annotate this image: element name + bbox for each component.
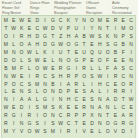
grid-cell[interactable]: O (2, 32, 10, 40)
grid-cell[interactable]: I (33, 111, 41, 119)
grid-cell[interactable]: N (88, 103, 96, 111)
grid-cell[interactable]: E (72, 103, 80, 111)
grid-cell[interactable]: O (41, 88, 49, 96)
grid-cell[interactable]: M (2, 48, 10, 56)
grid-cell[interactable]: G (65, 64, 73, 72)
grid-cell[interactable]: E (119, 16, 127, 24)
grid-cell[interactable]: A (104, 95, 112, 103)
grid-cell[interactable]: W (41, 64, 49, 72)
grid-cell[interactable]: W (57, 40, 65, 48)
grid-cell[interactable]: L (96, 88, 104, 96)
grid-cell[interactable]: I (49, 95, 57, 103)
grid-cell[interactable]: I (80, 24, 88, 32)
grid-cell[interactable]: A (25, 95, 33, 103)
grid-cell[interactable]: N (112, 32, 120, 40)
grid-cell[interactable]: R (33, 72, 41, 80)
grid-cell[interactable]: M (96, 16, 104, 24)
grid-cell[interactable]: E (72, 88, 80, 96)
grid-cell[interactable]: A (72, 32, 80, 40)
grid-cell[interactable]: G (72, 40, 80, 48)
grid-cell[interactable]: H (96, 40, 104, 48)
grid-cell[interactable]: B (112, 48, 120, 56)
grid-cell[interactable]: E (41, 56, 49, 64)
grid-cell[interactable]: W (2, 103, 10, 111)
grid-cell[interactable]: K (57, 103, 65, 111)
grid-cell[interactable]: S (104, 40, 112, 48)
grid-cell[interactable]: I (72, 127, 80, 135)
letter-grid: MEWEDIGCKYNOMERECTWKECWDVPUIYNTIMOOIRHDG… (2, 16, 135, 135)
word-item: Recessional (112, 10, 136, 15)
grid-cell[interactable]: M (2, 127, 10, 135)
grid-cell[interactable]: P (80, 111, 88, 119)
grid-cell[interactable]: U (80, 48, 88, 56)
grid-cell[interactable]: L (112, 103, 120, 111)
grid-cell[interactable]: E (112, 111, 120, 119)
grid-cell[interactable]: B (2, 64, 10, 72)
grid-cell[interactable]: K (65, 16, 73, 24)
grid-cell[interactable]: I (10, 95, 18, 103)
grid-cell[interactable]: E (65, 103, 73, 111)
grid-cell[interactable]: O (127, 24, 135, 32)
grid-cell[interactable]: I (10, 32, 18, 40)
grid-cell[interactable]: R (127, 111, 135, 119)
grid-cell[interactable]: E (80, 119, 88, 127)
grid-cell[interactable]: R (57, 64, 65, 72)
grid-cell[interactable]: R (119, 88, 127, 96)
grid-cell[interactable]: R (65, 72, 73, 80)
grid-cell[interactable]: S (33, 119, 41, 127)
grid-cell[interactable]: M (49, 127, 57, 135)
grid-cell[interactable]: E (25, 24, 33, 32)
word-item: Bouquet (54, 10, 86, 15)
grid-cell[interactable]: S (49, 72, 57, 80)
grid-cell[interactable]: C (72, 95, 80, 103)
grid-cell[interactable]: Y (88, 24, 96, 32)
grid-cell[interactable]: S (119, 64, 127, 72)
grid-cell[interactable]: O (65, 56, 73, 64)
grid-cell[interactable]: O (104, 48, 112, 56)
grid-cell[interactable]: E (10, 16, 18, 24)
grid-cell[interactable]: D (112, 95, 120, 103)
grid-cell[interactable]: W (96, 72, 104, 80)
grid-cell[interactable]: O (65, 40, 73, 48)
grid-cell[interactable]: S (127, 32, 135, 40)
grid-cell[interactable]: N (2, 95, 10, 103)
grid-cell[interactable]: P (72, 111, 80, 119)
grid-cell[interactable]: T (72, 119, 80, 127)
grid-cell[interactable]: O (10, 56, 18, 64)
word-list-column: OfficiantGuestReception (86, 1, 112, 16)
grid-cell[interactable]: M (10, 64, 18, 72)
word-search-puzzle: Escort CardFlower GirlRing BearerDance F… (0, 0, 138, 138)
grid-cell[interactable]: G (25, 119, 33, 127)
grid-cell[interactable]: L (88, 64, 96, 72)
grid-cell[interactable]: T (104, 111, 112, 119)
grid-cell[interactable]: R (2, 111, 10, 119)
grid-cell[interactable]: L (49, 56, 57, 64)
grid-cell[interactable]: I (104, 88, 112, 96)
grid-cell[interactable]: I (10, 119, 18, 127)
grid-cell[interactable]: S (33, 103, 41, 111)
grid-cell[interactable]: O (18, 40, 26, 48)
grid-cell[interactable]: R (127, 80, 135, 88)
grid-cell[interactable]: N (10, 48, 18, 56)
grid-cell[interactable]: V (57, 24, 65, 32)
grid-cell[interactable]: M (2, 40, 10, 48)
grid-cell[interactable]: R (2, 119, 10, 127)
grid-cell[interactable]: F (18, 64, 26, 72)
grid-cell[interactable]: B (119, 40, 127, 48)
grid-cell[interactable]: O (104, 127, 112, 135)
grid-cell[interactable]: O (104, 119, 112, 127)
grid-cell[interactable]: S (25, 88, 33, 96)
grid-cell[interactable]: M (119, 24, 127, 32)
grid-cell[interactable]: I (18, 111, 26, 119)
grid-cell[interactable]: S (88, 72, 96, 80)
grid-cell[interactable]: L (33, 88, 41, 96)
grid-cell[interactable]: L (33, 95, 41, 103)
grid-cell[interactable]: E (10, 88, 18, 96)
grid-cell[interactable]: E (88, 56, 96, 64)
grid-cell[interactable]: L (25, 64, 33, 72)
grid-cell[interactable]: N (127, 72, 135, 80)
grid-cell[interactable]: P (65, 24, 73, 32)
grid-cell[interactable]: W (41, 24, 49, 32)
grid-cell[interactable]: G (112, 40, 120, 48)
grid-cell[interactable]: E (112, 80, 120, 88)
grid-cell[interactable]: H (65, 32, 73, 40)
grid-cell[interactable]: A (96, 103, 104, 111)
grid-cell[interactable]: A (88, 88, 96, 96)
grid-cell[interactable]: P (72, 72, 80, 80)
grid-cell[interactable]: O (41, 111, 49, 119)
grid-cell[interactable]: S (88, 95, 96, 103)
grid-cell[interactable]: H (57, 72, 65, 80)
word-item: Vows (30, 10, 54, 15)
grid-cell[interactable]: L (10, 40, 18, 48)
grid-cell[interactable]: I (112, 24, 120, 32)
grid-cell[interactable]: S (25, 56, 33, 64)
grid-cell[interactable]: O (33, 64, 41, 72)
grid-cell[interactable]: A (119, 111, 127, 119)
grid-cell[interactable]: D (49, 24, 57, 32)
grid-cell[interactable]: N (96, 111, 104, 119)
puzzle-stage: Escort CardFlower GirlRing BearerDance F… (0, 0, 138, 138)
grid-cell[interactable]: P (80, 56, 88, 64)
grid-cell[interactable]: H (33, 40, 41, 48)
grid-cell[interactable]: G (112, 119, 120, 127)
grid-cell[interactable]: L (2, 88, 10, 96)
grid-cell[interactable]: E (112, 56, 120, 64)
grid-cell[interactable]: H (25, 32, 33, 40)
grid-cell[interactable]: C (57, 111, 65, 119)
grid-cell[interactable]: B (80, 32, 88, 40)
grid-cell[interactable]: N (127, 56, 135, 64)
grid-cell[interactable]: G (72, 56, 80, 64)
grid-cell[interactable]: W (33, 56, 41, 64)
grid-cell[interactable]: M (33, 80, 41, 88)
grid-cell[interactable]: R (72, 80, 80, 88)
grid-cell[interactable]: U (57, 48, 65, 56)
grid-cell[interactable]: S (80, 88, 88, 96)
grid-cell[interactable]: D (88, 119, 96, 127)
grid-cell[interactable]: N (96, 24, 104, 32)
grid-cell[interactable]: W (18, 16, 26, 24)
grid-cell[interactable]: R (80, 103, 88, 111)
grid-cell[interactable]: T (119, 95, 127, 103)
grid-cell[interactable]: H (96, 80, 104, 88)
grid-cell[interactable]: A (112, 64, 120, 72)
grid-cell[interactable]: I (41, 16, 49, 24)
grid-cell[interactable]: E (88, 40, 96, 48)
grid-cell[interactable]: D (18, 103, 26, 111)
grid-cell[interactable]: I (72, 64, 80, 72)
grid-cell[interactable]: E (104, 16, 112, 24)
grid-cell[interactable]: D (41, 40, 49, 48)
grid-cell[interactable]: O (119, 80, 127, 88)
grid-cell[interactable]: V (112, 127, 120, 135)
grid-cell[interactable]: P (65, 88, 73, 96)
grid-cell[interactable]: R (112, 16, 120, 24)
grid-cell[interactable]: N (57, 56, 65, 64)
grid-cell[interactable]: G (49, 40, 57, 48)
grid-cell[interactable]: Z (57, 32, 65, 40)
grid-cell[interactable]: G (41, 32, 49, 40)
grid-cell[interactable]: I (127, 127, 135, 135)
grid-cell[interactable]: N (41, 80, 49, 88)
grid-cell[interactable]: N (104, 103, 112, 111)
grid-cell[interactable]: I (57, 127, 65, 135)
grid-cell[interactable]: S (25, 80, 33, 88)
grid-cell[interactable]: O (10, 80, 18, 88)
grid-cell[interactable]: N (127, 40, 135, 48)
grid-cell[interactable]: E (80, 95, 88, 103)
grid-cell[interactable]: Y (10, 127, 18, 135)
grid-cell[interactable]: T (2, 24, 10, 32)
grid-cell[interactable]: R (112, 72, 120, 80)
grid-cell[interactable]: O (96, 56, 104, 64)
grid-cell[interactable]: C (33, 24, 41, 32)
grid-cell[interactable]: L (96, 64, 104, 72)
grid-cell[interactable]: X (88, 111, 96, 119)
grid-cell[interactable]: W (10, 72, 18, 80)
grid-cell[interactable]: Y (72, 16, 80, 24)
grid-cell[interactable]: Q (88, 48, 96, 56)
grid-cell[interactable]: A (18, 95, 26, 103)
grid-cell[interactable]: N (2, 72, 10, 80)
grid-cell[interactable]: E (18, 72, 26, 80)
grid-cell[interactable]: I (41, 119, 49, 127)
grid-cell[interactable]: R (80, 64, 88, 72)
grid-cell[interactable]: I (88, 80, 96, 88)
grid-cell[interactable]: F (104, 56, 112, 64)
grid-cell[interactable]: G (127, 119, 135, 127)
word-list: Escort CardFlower GirlRing BearerDance F… (2, 1, 136, 16)
grid-cell[interactable]: W (33, 127, 41, 135)
grid-cell[interactable]: N (49, 111, 57, 119)
grid-cell[interactable]: N (80, 16, 88, 24)
grid-cell[interactable]: D (2, 56, 10, 64)
grid-cell[interactable]: P (2, 80, 10, 88)
grid-cell[interactable]: T (80, 40, 88, 48)
grid-cell[interactable]: C (41, 72, 49, 80)
grid-cell[interactable]: W (127, 95, 135, 103)
grid-cell[interactable]: A (65, 80, 73, 88)
grid-cell[interactable]: C (104, 80, 112, 88)
grid-cell[interactable]: N (49, 88, 57, 96)
grid-cell[interactable]: U (96, 48, 104, 56)
grid-cell[interactable]: O (25, 127, 33, 135)
grid-cell[interactable]: N (18, 119, 26, 127)
grid-cell[interactable]: C (127, 16, 135, 24)
grid-cell[interactable]: F (104, 64, 112, 72)
word-list-column: Escort CardFlower GirlRing Bearer (2, 1, 30, 16)
grid-cell[interactable]: L (96, 127, 104, 135)
grid-cell[interactable]: O (80, 72, 88, 80)
grid-cell[interactable]: R (119, 119, 127, 127)
grid-cell[interactable]: E (49, 64, 57, 72)
grid-cell[interactable]: E (25, 16, 33, 24)
grid-cell[interactable]: N (96, 119, 104, 127)
grid-cell[interactable]: E (72, 48, 80, 56)
grid-cell[interactable]: C (18, 80, 26, 88)
word-list-column: AisleCeremonyRecessional (112, 1, 136, 16)
grid-cell[interactable]: T (65, 48, 73, 56)
grid-cell[interactable]: K (104, 32, 112, 40)
word-list-column: Dance FloorRingsVows (30, 1, 54, 16)
grid-cell[interactable]: S (96, 32, 104, 40)
grid-cell[interactable]: L (33, 48, 41, 56)
grid-cell[interactable]: E (127, 103, 135, 111)
grid-cell[interactable]: L (80, 80, 88, 88)
grid-cell[interactable]: I (57, 80, 65, 88)
grid-cell[interactable]: C (57, 16, 65, 24)
grid-cell[interactable]: A (25, 40, 33, 48)
grid-cell[interactable]: M (41, 103, 49, 111)
grid-cell[interactable]: L (18, 56, 26, 64)
grid-cell[interactable]: C (119, 103, 127, 111)
grid-cell[interactable]: D (33, 32, 41, 40)
grid-cell[interactable]: R (65, 127, 73, 135)
grid-cell[interactable]: I (127, 48, 135, 56)
grid-cell[interactable]: R (65, 111, 73, 119)
word-item: Reception (86, 10, 112, 15)
grid-cell[interactable]: I (25, 72, 33, 80)
grid-cell[interactable]: V (18, 127, 26, 135)
grid-cell[interactable]: S (41, 127, 49, 135)
grid-cell[interactable]: S (49, 119, 57, 127)
word-item: Ring Bearer (2, 10, 30, 15)
grid-cell[interactable]: V (80, 127, 88, 135)
grid-cell[interactable]: U (72, 24, 80, 32)
grid-cell[interactable]: E (10, 103, 18, 111)
grid-cell[interactable]: C (127, 64, 135, 72)
grid-cell[interactable]: C (65, 119, 73, 127)
grid-cell[interactable]: F (119, 48, 127, 56)
grid-cell[interactable]: I (25, 103, 33, 111)
grid-cell[interactable]: D (57, 88, 65, 96)
grid-cell[interactable]: G (10, 111, 18, 119)
grid-cell[interactable]: D (119, 127, 127, 135)
grid-cell[interactable]: W (10, 24, 18, 32)
grid-cell[interactable]: R (18, 32, 26, 40)
grid-cell[interactable]: W (88, 32, 96, 40)
grid-cell[interactable]: O (88, 16, 96, 24)
grid-cell[interactable]: I (127, 88, 135, 96)
grid-cell[interactable]: K (18, 24, 26, 32)
grid-cell[interactable]: M (2, 16, 10, 24)
grid-cell[interactable]: I (104, 72, 112, 80)
grid-cell[interactable]: W (57, 119, 65, 127)
grid-cell[interactable]: B (49, 80, 57, 88)
grid-cell[interactable]: T (49, 32, 57, 40)
grid-cell[interactable]: S (49, 103, 57, 111)
grid-cell[interactable]: G (49, 16, 57, 24)
grid-cell[interactable]: N (18, 88, 26, 96)
grid-cell[interactable]: R (25, 111, 33, 119)
grid-cell[interactable]: I (49, 48, 57, 56)
grid-cell[interactable]: N (57, 95, 65, 103)
puzzle-grid-panel: MEWEDIGCKYNOMERECTWKECWDVPUIYNTIMOOIRHDG… (2, 15, 136, 138)
grid-cell[interactable]: E (88, 127, 96, 135)
grid-cell[interactable]: W (25, 48, 33, 56)
word-list-column: Wedding PlannerPhotographerBouquet (54, 1, 86, 16)
grid-cell[interactable]: D (33, 16, 41, 24)
grid-cell[interactable]: K (41, 48, 49, 56)
grid-cell[interactable]: N (96, 95, 104, 103)
grid-cell[interactable]: H (65, 95, 73, 103)
grid-cell[interactable]: G (41, 95, 49, 103)
grid-cell[interactable]: C (119, 72, 127, 80)
grid-cell[interactable]: P (119, 32, 127, 40)
grid-cell[interactable]: T (104, 24, 112, 32)
grid-cell[interactable]: R (112, 88, 120, 96)
grid-cell[interactable]: E (119, 56, 127, 64)
grid-cell[interactable]: O (18, 48, 26, 56)
